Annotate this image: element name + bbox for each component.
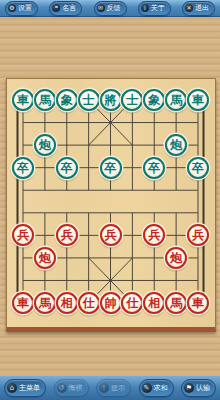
bottom-button-home[interactable]: ⌂主菜单 bbox=[4, 379, 46, 397]
gear-icon: ⚙ bbox=[8, 4, 16, 12]
piece-red-general[interactable]: 帥 bbox=[100, 292, 122, 314]
app-window: ⚙设置❝名言✉反馈i关于✕退出 車馬象士將士象馬車炮炮卒卒卒卒卒兵兵兵兵兵炮炮車… bbox=[0, 0, 220, 400]
piece-red-rook[interactable]: 車 bbox=[187, 292, 209, 314]
piece-red-soldier[interactable]: 兵 bbox=[56, 224, 78, 246]
piece-black-soldier[interactable]: 卒 bbox=[56, 157, 78, 179]
info-icon: i bbox=[141, 4, 149, 12]
bottom-button-undo: ↺悔棋 bbox=[54, 379, 89, 397]
bottom-button-flag[interactable]: ⚑认输 bbox=[181, 379, 216, 397]
piece-red-advisor[interactable]: 仕 bbox=[78, 292, 100, 314]
piece-black-soldier[interactable]: 卒 bbox=[12, 157, 34, 179]
home-icon: ⌂ bbox=[7, 383, 17, 393]
piece-black-soldier[interactable]: 卒 bbox=[143, 157, 165, 179]
quote-icon: ❝ bbox=[52, 4, 60, 12]
button-label: 设置 bbox=[18, 4, 32, 13]
button-label: 反馈 bbox=[107, 4, 121, 13]
piece-red-soldier[interactable]: 兵 bbox=[100, 224, 122, 246]
xiangqi-board[interactable]: 車馬象士將士象馬車炮炮卒卒卒卒卒兵兵兵兵兵炮炮車馬相仕帥仕相馬車 bbox=[6, 78, 216, 332]
top-button-mail[interactable]: ✉反馈 bbox=[94, 1, 127, 16]
button-label: 悔棋 bbox=[69, 384, 83, 393]
piece-black-advisor[interactable]: 士 bbox=[78, 89, 100, 111]
piece-black-soldier[interactable]: 卒 bbox=[187, 157, 209, 179]
button-label: 退出 bbox=[195, 4, 209, 13]
top-button-info[interactable]: i关于 bbox=[138, 1, 171, 16]
pencil-icon: ✎ bbox=[142, 383, 152, 393]
top-button-close[interactable]: ✕退出 bbox=[182, 1, 215, 16]
bottom-button-bell: !提示 bbox=[96, 379, 131, 397]
piece-black-general[interactable]: 將 bbox=[100, 89, 122, 111]
button-label: 提示 bbox=[111, 384, 125, 393]
piece-black-rook[interactable]: 車 bbox=[12, 89, 34, 111]
piece-black-soldier[interactable]: 卒 bbox=[100, 157, 122, 179]
undo-icon: ↺ bbox=[57, 383, 67, 393]
piece-red-cannon[interactable]: 炮 bbox=[34, 247, 56, 269]
button-label: 求和 bbox=[154, 384, 168, 393]
flag-icon: ⚑ bbox=[184, 383, 194, 393]
button-label: 关于 bbox=[151, 4, 165, 13]
board-grid bbox=[7, 79, 215, 327]
bottom-button-pencil[interactable]: ✎求和 bbox=[139, 379, 174, 397]
piece-black-rook[interactable]: 車 bbox=[187, 89, 209, 111]
button-label: 主菜单 bbox=[19, 384, 40, 393]
mail-icon: ✉ bbox=[97, 4, 105, 12]
button-label: 认输 bbox=[196, 384, 210, 393]
top-menu-bar: ⚙设置❝名言✉反馈i关于✕退出 bbox=[0, 0, 220, 17]
button-label: 名言 bbox=[62, 4, 76, 13]
piece-red-horse[interactable]: 馬 bbox=[34, 292, 56, 314]
close-icon: ✕ bbox=[185, 4, 193, 12]
top-button-quote[interactable]: ❝名言 bbox=[49, 1, 82, 16]
piece-red-rook[interactable]: 車 bbox=[12, 292, 34, 314]
piece-red-cannon[interactable]: 炮 bbox=[165, 247, 187, 269]
piece-red-elephant[interactable]: 相 bbox=[56, 292, 78, 314]
top-button-gear[interactable]: ⚙设置 bbox=[5, 1, 38, 16]
piece-black-cannon[interactable]: 炮 bbox=[34, 134, 56, 156]
piece-red-horse[interactable]: 馬 bbox=[165, 292, 187, 314]
piece-black-horse[interactable]: 馬 bbox=[165, 89, 187, 111]
bottom-toolbar: ⌂主菜单↺悔棋!提示✎求和⚑认输 bbox=[0, 375, 220, 400]
piece-black-elephant[interactable]: 象 bbox=[56, 89, 78, 111]
bell-icon: ! bbox=[99, 383, 109, 393]
piece-black-horse[interactable]: 馬 bbox=[34, 89, 56, 111]
